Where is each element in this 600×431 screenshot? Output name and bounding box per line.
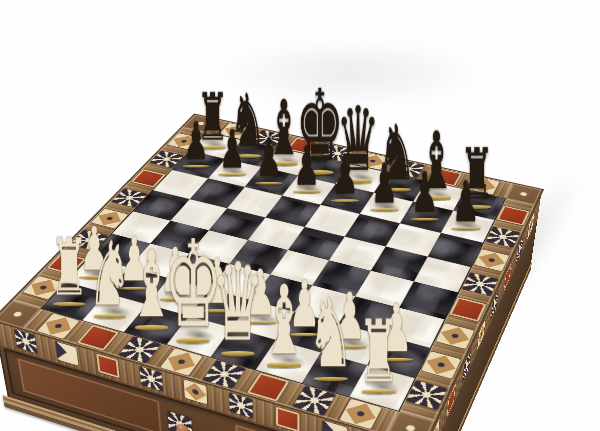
mosaic-red-motif [97, 354, 120, 379]
chess-box: ♜♞♝♚♛♞♝♜♟♟♟♟♟♟♟♟♟♟♟♟♟♟♟♟♜♞♝♚♛♝♞♜ [0, 115, 542, 431]
mosaic-diamond-motif [474, 249, 509, 271]
square-h7[interactable]: ♟ [441, 211, 494, 243]
mosaic-red-motif [449, 297, 486, 322]
square-f5[interactable] [329, 237, 386, 271]
piece-white-rook[interactable]: ♜ [341, 308, 418, 394]
mosaic-star-motif [229, 393, 253, 418]
piece-black-pawn[interactable]: ♟ [434, 173, 498, 230]
mosaic-diamond-motif [184, 379, 208, 404]
mosaic-triangle-motif [55, 341, 78, 365]
studio-backdrop: ♜♞♝♚♛♞♝♜♟♟♟♟♟♟♟♟♟♟♟♟♟♟♟♟♜♞♝♚♛♝♞♜ [0, 0, 600, 431]
mosaic-star-motif [140, 366, 164, 391]
mosaic-star-motif [14, 329, 37, 353]
mosaic-star-motif [462, 272, 498, 295]
mosaic-diamond-motif [527, 212, 534, 240]
mosaic-red-motif [275, 406, 299, 431]
chess-set-scene: ♜♞♝♚♛♞♝♜♟♟♟♟♟♟♟♟♟♟♟♟♟♟♟♟♜♞♝♚♛♝♞♜ [0, 0, 600, 431]
